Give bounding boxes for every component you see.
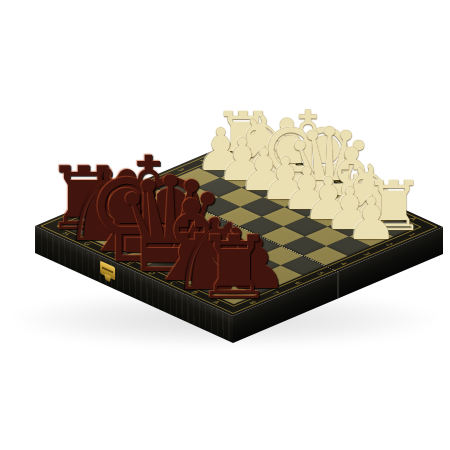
brass-clasp: [100, 261, 115, 281]
fold-seam-side: [337, 271, 338, 299]
chess-box-top: HGFEDCBA HGFEDCBA 12345678 12345678: [35, 137, 443, 316]
product-photo: HGFEDCBA HGFEDCBA 12345678 12345678 ♜♞♝♛…: [0, 0, 450, 450]
clasp-knob: [105, 274, 111, 283]
